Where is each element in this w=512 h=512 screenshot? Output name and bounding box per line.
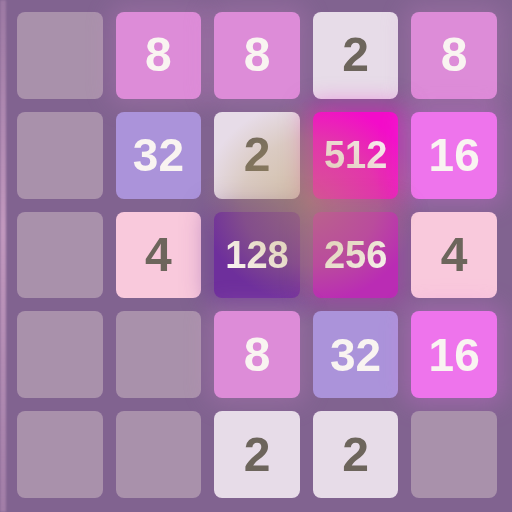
empty-cell <box>17 112 103 199</box>
tile-512: 512 <box>313 112 399 199</box>
empty-cell <box>17 411 103 498</box>
empty-cell <box>17 212 103 299</box>
tile-2: 2 <box>313 12 399 99</box>
tile-8: 8 <box>214 311 300 398</box>
empty-cell <box>116 311 202 398</box>
empty-cell <box>17 12 103 99</box>
game-screen: 882832251216412825648321622 <box>0 0 512 512</box>
tile-4: 4 <box>116 212 202 299</box>
tile-32: 32 <box>116 112 202 199</box>
game-board[interactable]: 882832251216412825648321622 <box>0 0 512 512</box>
tile-128: 128 <box>214 212 300 299</box>
empty-cell <box>116 411 202 498</box>
tile-8: 8 <box>214 12 300 99</box>
tile-4: 4 <box>411 212 497 299</box>
tile-16: 16 <box>411 112 497 199</box>
tile-2: 2 <box>313 411 399 498</box>
empty-cell <box>17 311 103 398</box>
tile-32: 32 <box>313 311 399 398</box>
tile-8: 8 <box>411 12 497 99</box>
tile-2: 2 <box>214 411 300 498</box>
tile-256: 256 <box>313 212 399 299</box>
tile-8: 8 <box>116 12 202 99</box>
empty-cell <box>411 411 497 498</box>
tile-2: 2 <box>214 112 300 199</box>
tile-16: 16 <box>411 311 497 398</box>
